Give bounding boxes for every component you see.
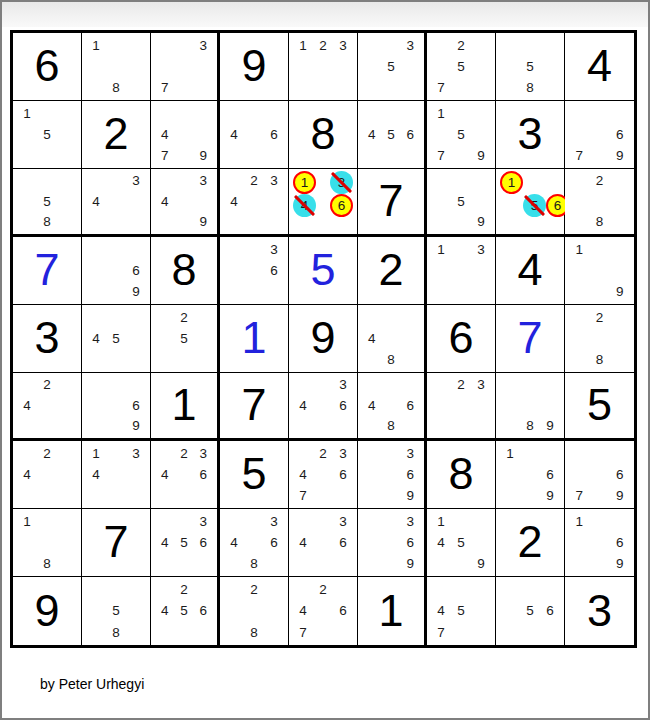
pencil-slot-4: 4 [362,328,381,349]
cell-r9c8[interactable]: 56 [496,577,565,645]
cell-r6c2[interactable]: 69 [82,373,151,441]
pencil-slot-2 [106,35,126,56]
candidate-8: 8 [112,81,120,95]
cell-r2c1[interactable]: 15 [13,101,82,169]
pencil-slot-3 [126,579,146,600]
pencil-slot-6: 6 [333,464,353,485]
pencil-slot-3 [126,307,146,328]
pencil-slot-4: 4 [86,328,106,349]
cell-r7c7[interactable]: 8 [427,441,496,509]
pencil-slot-6 [540,395,560,415]
pencil-slot-5 [451,395,471,415]
given-digit: 2 [378,247,403,292]
cell-r7c8[interactable]: 169 [496,441,565,509]
solved-digit: 7 [517,315,542,360]
candidate-6: 6 [407,128,415,142]
candidate-2: 2 [596,174,604,188]
cell-r2c2[interactable]: 2 [82,101,151,169]
pencil-marks: 35 [358,33,424,100]
pencil-slot-9 [333,485,353,506]
cell-r3c2[interactable]: 34 [82,169,151,237]
cell-r4c2[interactable]: 69 [82,237,151,305]
pencil-slot-8 [244,281,264,302]
cell-r9c3[interactable]: 2456 [151,577,220,645]
pencil-slot-6 [194,124,213,145]
pencil-slot-9: 9 [194,212,213,232]
pencil-slot-4 [431,124,451,145]
pencil-slot-5 [174,56,193,77]
pencil-slot-9 [126,622,146,643]
pencil-marks: 1346 [289,169,357,234]
cell-r1c5[interactable]: 123 [289,33,358,101]
pencil-slot-9 [333,622,353,643]
cell-r8c5[interactable]: 346 [289,509,358,577]
pencil-slot-1 [500,35,520,56]
pencil-marks: 2467 [289,577,357,645]
pencil-slot-7 [293,217,316,232]
pencil-slot-1 [431,171,451,191]
cell-r8c8[interactable]: 2 [496,509,565,577]
cell-r4c5[interactable]: 5 [289,237,358,305]
candidate-7: 7 [575,489,583,503]
pencil-slot-7 [86,349,106,370]
pencil-slot-9 [540,77,560,98]
cell-r2c5[interactable]: 8 [289,101,358,169]
pencil-slot-1 [431,35,451,56]
cell-r1c6[interactable]: 35 [358,33,427,101]
cell-r3c4[interactable]: 234 [220,169,289,237]
pencil-slot-7 [155,349,174,370]
candidate-4: 4 [230,536,238,550]
pencil-slot-4: 4 [155,600,174,621]
pencil-marks: 3468 [220,509,288,576]
pencil-slot-5 [244,191,264,211]
pencil-marks: 1579 [427,101,495,168]
cell-r5c5[interactable]: 9 [289,305,358,373]
pencil-slot-9 [57,485,77,506]
cell-r7c3[interactable]: 2346 [151,441,220,509]
solved-digit: 1 [241,315,266,360]
pencil-slot-1: 1 [569,239,589,260]
cell-r3c8[interactable]: 156 [496,169,565,237]
cell-r1c2[interactable]: 18 [82,33,151,101]
candidate-4: 4 [368,399,376,413]
cell-r2c6[interactable]: 456 [358,101,427,169]
pencil-slot-1 [155,443,174,464]
candidate-9: 9 [200,215,208,229]
pencil-marks: 23467 [289,441,357,508]
candidate-4: 4 [161,468,169,482]
pencil-slot-6 [471,600,491,621]
cell-r1c1[interactable]: 6 [13,33,82,101]
cell-r7c6[interactable]: 369 [358,441,427,509]
pencil-slot-2 [589,103,609,124]
pencil-marks: 257 [427,33,495,100]
pencil-slot-7: 7 [431,145,451,166]
pencil-slot-7: 7 [431,77,451,98]
pencil-slot-8: 8 [37,553,57,574]
cell-r4c9[interactable]: 19 [565,237,634,305]
pencil-slot-8: 8 [37,212,57,232]
cell-r4c4[interactable]: 36 [220,237,289,305]
cell-r5c9[interactable]: 28 [565,305,634,373]
pencil-slot-4: 4 [293,464,313,485]
pencil-marks: 59 [427,169,495,234]
pencil-marks: 58 [82,577,150,645]
pencil-slot-3 [57,375,77,395]
pencil-slot-9 [333,416,353,436]
cell-r3c5[interactable]: 1346 [289,169,358,237]
cell-r1c4[interactable]: 9 [220,33,289,101]
pencil-slot-7 [293,77,313,98]
pencil-slot-6 [610,191,630,211]
cell-r2c3[interactable]: 479 [151,101,220,169]
cell-r3c6[interactable]: 7 [358,169,427,237]
candidate-5: 5 [180,536,188,550]
pencil-slot-7 [17,416,37,436]
pencil-slot-4: 4 [224,191,244,211]
candidate-5: 5 [457,604,465,618]
pencil-slot-5: 5 [520,600,540,621]
pencil-slot-5 [37,532,57,553]
pencil-slot-6: 6 [610,532,630,553]
pencil-slot-5 [174,124,193,145]
pencil-slot-1 [569,307,589,328]
pencil-slot-1: 1 [293,171,316,194]
pencil-slot-7 [155,485,174,506]
cell-r2c4[interactable]: 46 [220,101,289,169]
cell-r7c9[interactable]: 679 [565,441,634,509]
pencil-slot-6: 6 [264,532,284,553]
candidate-4: 4 [368,332,376,346]
candidate-6: 6 [132,264,140,278]
pencil-slot-2 [174,511,193,532]
cell-r9c2[interactable]: 58 [82,577,151,645]
pencil-slot-3 [401,103,420,124]
pencil-slot-8 [106,485,126,506]
cell-r4c7[interactable]: 13 [427,237,496,305]
candidate-2: 2 [250,583,258,597]
pencil-slot-9 [264,622,284,643]
pencil-slot-7 [362,77,381,98]
candidate-1: 1 [437,515,445,529]
pencil-marks: 45 [82,305,150,372]
cell-r8c3[interactable]: 3456 [151,509,220,577]
pencil-slot-4: 4 [224,124,244,145]
pencil-marks: 28 [220,577,288,645]
candidate-2: 2 [457,39,465,53]
candidate-3: 3 [407,447,415,461]
pencil-slot-9 [610,349,630,370]
pencil-slot-7 [224,145,244,166]
given-digit: 3 [34,315,59,360]
candidate-5: 5 [387,60,395,74]
cell-r6c9[interactable]: 5 [565,373,634,441]
cell-r5c7[interactable]: 6 [427,305,496,373]
pencil-slot-7 [431,416,451,436]
pencil-slot-5 [589,532,609,553]
pencil-slot-3 [610,443,630,464]
pencil-slot-3 [540,35,560,56]
pencil-slot-9: 9 [540,416,560,436]
cell-r8c9[interactable]: 169 [565,509,634,577]
pencil-slot-6: 6 [194,600,213,621]
pencil-slot-2 [106,375,126,395]
cell-r5c4[interactable]: 1 [220,305,289,373]
pencil-slot-5 [37,464,57,485]
cell-r8c7[interactable]: 1459 [427,509,496,577]
pencil-slot-1 [86,307,106,328]
pencil-slot-2 [174,35,193,56]
pencil-slot-9: 9 [610,485,630,506]
pencil-slot-4 [569,124,589,145]
pencil-marks: 169 [565,509,634,576]
pencil-slot-5 [589,191,609,211]
cell-r4c1[interactable]: 7 [13,237,82,305]
pencil-slot-2: 2 [37,443,57,464]
cell-r9c9[interactable]: 3 [565,577,634,645]
cell-r1c3[interactable]: 37 [151,33,220,101]
pencil-slot-8 [174,77,193,98]
pencil-marks: 346 [289,373,357,438]
pencil-slot-1: 1 [86,35,106,56]
cell-r9c1[interactable]: 9 [13,577,82,645]
cell-r7c5[interactable]: 23467 [289,441,358,509]
pencil-marks: 69 [82,373,150,438]
pencil-slot-7: 7 [293,485,313,506]
pencil-slot-6 [194,328,213,349]
pencil-slot-6 [471,191,491,211]
pencil-slot-1 [500,579,520,600]
pencil-slot-3: 3 [194,511,213,532]
pencil-slot-8 [381,485,400,506]
cell-r5c8[interactable]: 7 [496,305,565,373]
cell-r5c1[interactable]: 3 [13,305,82,373]
candidate-3: 3 [339,515,347,529]
pencil-slot-6: 6 [540,600,560,621]
pencil-slot-7 [224,212,244,232]
candidate-7: 7 [437,81,445,95]
pencil-slot-2 [520,375,540,395]
pencil-slot-7 [362,553,381,574]
pencil-slot-6: 6 [333,395,353,415]
cell-r7c4[interactable]: 5 [220,441,289,509]
pencil-slot-2 [520,35,540,56]
pencil-slot-7 [224,281,244,302]
pencil-slot-9 [264,553,284,574]
pencil-slot-9 [126,212,146,232]
pencil-slot-3 [57,511,77,532]
cell-r8c6[interactable]: 369 [358,509,427,577]
pencil-slot-5 [381,395,400,415]
cell-r9c7[interactable]: 457 [427,577,496,645]
candidate-3: 3 [270,243,278,257]
pencil-slot-3 [471,103,491,124]
pencil-slot-9 [194,622,213,643]
cell-r6c5[interactable]: 346 [289,373,358,441]
pencil-slot-9 [57,416,77,436]
pencil-slot-5 [106,56,126,77]
pencil-slot-5 [106,191,126,211]
pencil-slot-9: 9 [401,553,420,574]
pencil-slot-5: 5 [451,124,471,145]
pencil-slot-4 [569,260,589,281]
candidate-4: 4 [23,399,31,413]
pencil-slot-3: 3 [264,511,284,532]
pencil-slot-8: 8 [381,349,400,370]
sudoku-board: 6183791233525758415247946845615793679583… [10,30,637,648]
pencil-slot-6 [194,191,213,211]
cell-r1c9[interactable]: 4 [565,33,634,101]
candidate-5: 5 [43,128,51,142]
pencil-marks: 2346 [151,441,217,508]
pencil-slot-3 [610,511,630,532]
pencil-slot-8 [313,416,333,436]
candidate-4: 4 [161,604,169,618]
pencil-slot-6 [57,395,77,415]
pencil-slot-2: 2 [589,307,609,328]
given-digit: 4 [517,247,542,292]
pencil-slot-4 [224,260,244,281]
pencil-slot-9 [540,622,560,643]
cell-r7c1[interactable]: 24 [13,441,82,509]
candidate-6: 6 [546,468,554,482]
cell-r2c8[interactable]: 3 [496,101,565,169]
pencil-slot-6 [126,600,146,621]
cell-r9c6[interactable]: 1 [358,577,427,645]
candidate-4: 4 [299,536,307,550]
pencil-slot-3 [610,307,630,328]
pencil-slot-9 [333,77,353,98]
cell-r3c7[interactable]: 59 [427,169,496,237]
pencil-slot-3: 3 [471,375,491,395]
candidate-4: 4 [92,468,100,482]
candidate-6: 6 [616,536,624,550]
cell-r3c9[interactable]: 28 [565,169,634,237]
pencil-marks: 56 [496,577,564,645]
cell-r2c9[interactable]: 679 [565,101,634,169]
pencil-slot-5 [589,464,609,485]
cell-r9c4[interactable]: 28 [220,577,289,645]
cell-r3c3[interactable]: 349 [151,169,220,237]
cell-r4c8[interactable]: 4 [496,237,565,305]
candidate-9: 9 [477,149,485,163]
pencil-slot-5: 5 [174,532,193,553]
candidate-2: 2 [319,447,327,461]
cell-r5c3[interactable]: 25 [151,305,220,373]
pencil-slot-9 [57,553,77,574]
candidate-3: 3 [407,39,415,53]
cell-r9c5[interactable]: 2467 [289,577,358,645]
cell-r6c8[interactable]: 89 [496,373,565,441]
pencil-slot-1 [569,171,589,191]
pencil-slot-9 [471,622,491,643]
cell-r1c7[interactable]: 257 [427,33,496,101]
pencil-slot-7 [362,485,381,506]
cell-r6c4[interactable]: 7 [220,373,289,441]
cell-r6c6[interactable]: 468 [358,373,427,441]
candidate-2: 2 [250,174,258,188]
pencil-slot-4: 4 [155,124,174,145]
pencil-slot-6: 6 [610,464,630,485]
pencil-slot-2 [381,443,400,464]
candidate-7: 7 [161,81,169,95]
pencil-slot-4 [500,464,520,485]
cell-r8c1[interactable]: 18 [13,509,82,577]
candidate-3: 3 [407,515,415,529]
candidate-8: 8 [596,353,604,367]
pencil-slot-7 [17,553,37,574]
pencil-marks: 48 [358,305,424,372]
cell-r4c6[interactable]: 2 [358,237,427,305]
pencil-slot-6 [57,532,77,553]
candidate-3: 3 [200,39,208,53]
pencil-slot-8 [313,622,333,643]
pencil-slot-9: 9 [610,281,630,302]
pencil-slot-5 [381,532,400,553]
pencil-slot-1 [362,35,381,56]
pencil-slot-1 [17,171,37,191]
cell-r5c2[interactable]: 45 [82,305,151,373]
cell-r5c6[interactable]: 48 [358,305,427,373]
cell-r6c3[interactable]: 1 [151,373,220,441]
pencil-slot-2 [106,171,126,191]
pencil-slot-2: 2 [174,307,193,328]
candidate-5: 5 [526,60,534,74]
candidate-4: 4 [299,468,307,482]
cell-r6c7[interactable]: 23 [427,373,496,441]
cell-r3c1[interactable]: 58 [13,169,82,237]
pencil-slot-2 [244,511,264,532]
pencil-slot-7 [500,485,520,506]
pencil-marks: 2456 [151,577,217,645]
pencil-slot-4 [155,328,174,349]
cell-r7c2[interactable]: 134 [82,441,151,509]
pencil-slot-6 [471,395,491,415]
candidate-3: 3 [200,447,208,461]
pencil-slot-4 [431,56,451,77]
pencil-slot-5 [313,395,333,415]
candidate-7: 7 [575,149,583,163]
pencil-slot-1 [155,35,174,56]
pencil-slot-4: 4 [86,464,106,485]
pencil-slot-4 [569,532,589,553]
cell-r2c7[interactable]: 1579 [427,101,496,169]
pencil-slot-8: 8 [244,622,264,643]
candidate-1-circled: 1 [500,171,523,194]
pencil-slot-9 [401,349,420,370]
cell-r6c1[interactable]: 24 [13,373,82,441]
cell-r8c4[interactable]: 3468 [220,509,289,577]
given-digit: 5 [587,382,612,427]
pencil-slot-8 [106,281,126,302]
candidate-2: 2 [319,39,327,53]
pencil-slot-1 [17,375,37,395]
candidate-9: 9 [616,149,624,163]
candidate-1: 1 [23,515,31,529]
pencil-slot-4 [86,395,106,415]
pencil-slot-2: 2 [37,375,57,395]
pencil-slot-7 [431,281,451,302]
pencil-slot-6 [264,191,284,211]
cell-r4c3[interactable]: 8 [151,237,220,305]
pencil-slot-6 [194,56,213,77]
cell-r1c8[interactable]: 58 [496,33,565,101]
candidate-9: 9 [407,489,415,503]
pencil-slot-1 [155,171,174,191]
pencil-slot-7 [569,553,589,574]
cell-r8c2[interactable]: 7 [82,509,151,577]
